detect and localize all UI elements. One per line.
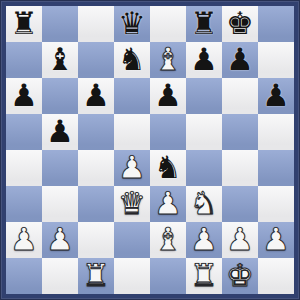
square-d8[interactable]: ♛ [114,6,150,42]
white-pawn-icon: ♟ [46,222,74,257]
square-b6[interactable] [42,78,78,114]
square-c3[interactable] [78,186,114,222]
square-a7[interactable] [6,42,42,78]
square-d6[interactable] [114,78,150,114]
square-a6[interactable]: ♟ [6,78,42,114]
square-c5[interactable] [78,114,114,150]
square-e7[interactable]: ♝ [150,42,186,78]
square-a2[interactable]: ♟ [6,222,42,258]
white-knight-icon: ♞ [190,186,218,221]
square-g5[interactable] [222,114,258,150]
square-c2[interactable] [78,222,114,258]
square-b1[interactable] [42,258,78,294]
board-frame: ♜♛♜♚♝♞♝♟♟♟♟♟♟♟♟♞♛♟♞♟♟♝♟♟♟♜♜♚ [0,0,300,300]
square-b3[interactable] [42,186,78,222]
white-pawn-icon: ♟ [10,222,38,257]
white-king-icon: ♚ [226,258,254,293]
black-pawn-icon: ♟ [154,78,182,113]
square-e8[interactable] [150,6,186,42]
square-b5[interactable]: ♟ [42,114,78,150]
square-a5[interactable] [6,114,42,150]
square-f8[interactable]: ♜ [186,6,222,42]
square-e6[interactable]: ♟ [150,78,186,114]
square-g6[interactable] [222,78,258,114]
square-g8[interactable]: ♚ [222,6,258,42]
square-g2[interactable]: ♟ [222,222,258,258]
square-d3[interactable]: ♛ [114,186,150,222]
square-f3[interactable]: ♞ [186,186,222,222]
square-e2[interactable]: ♝ [150,222,186,258]
black-pawn-icon: ♟ [226,42,254,77]
white-pawn-icon: ♟ [190,222,218,257]
square-b2[interactable]: ♟ [42,222,78,258]
square-f4[interactable] [186,150,222,186]
square-g3[interactable] [222,186,258,222]
chess-board: ♜♛♜♚♝♞♝♟♟♟♟♟♟♟♟♞♛♟♞♟♟♝♟♟♟♜♜♚ [6,6,294,294]
black-knight-icon: ♞ [154,150,182,185]
black-bishop-icon: ♝ [46,42,74,77]
black-rook-icon: ♜ [10,6,38,41]
square-f1[interactable]: ♜ [186,258,222,294]
white-pawn-icon: ♟ [226,222,254,257]
square-c6[interactable]: ♟ [78,78,114,114]
square-g1[interactable]: ♚ [222,258,258,294]
square-a3[interactable] [6,186,42,222]
square-d4[interactable]: ♟ [114,150,150,186]
square-h1[interactable] [258,258,294,294]
square-g7[interactable]: ♟ [222,42,258,78]
white-queen-icon: ♛ [118,186,146,221]
black-knight-icon: ♞ [118,42,146,77]
square-f5[interactable] [186,114,222,150]
white-pawn-icon: ♟ [154,186,182,221]
black-rook-icon: ♜ [190,6,218,41]
square-h7[interactable] [258,42,294,78]
square-c7[interactable] [78,42,114,78]
square-e1[interactable] [150,258,186,294]
black-pawn-icon: ♟ [190,42,218,77]
square-c8[interactable] [78,6,114,42]
black-king-icon: ♚ [226,6,254,41]
black-pawn-icon: ♟ [10,78,38,113]
black-queen-icon: ♛ [118,6,146,41]
square-d2[interactable] [114,222,150,258]
square-f2[interactable]: ♟ [186,222,222,258]
white-bishop-icon: ♝ [154,42,182,77]
square-c4[interactable] [78,150,114,186]
black-pawn-icon: ♟ [82,78,110,113]
square-a8[interactable]: ♜ [6,6,42,42]
square-h6[interactable]: ♟ [258,78,294,114]
square-h5[interactable] [258,114,294,150]
square-h3[interactable] [258,186,294,222]
square-b4[interactable] [42,150,78,186]
square-g4[interactable] [222,150,258,186]
square-h2[interactable]: ♟ [258,222,294,258]
white-rook-icon: ♜ [190,258,218,293]
square-c1[interactable]: ♜ [78,258,114,294]
square-e5[interactable] [150,114,186,150]
square-f6[interactable] [186,78,222,114]
square-a4[interactable] [6,150,42,186]
square-b8[interactable] [42,6,78,42]
square-d1[interactable] [114,258,150,294]
white-bishop-icon: ♝ [154,222,182,257]
white-pawn-icon: ♟ [262,222,290,257]
black-pawn-icon: ♟ [46,114,74,149]
square-h8[interactable] [258,6,294,42]
white-rook-icon: ♜ [82,258,110,293]
square-d7[interactable]: ♞ [114,42,150,78]
white-pawn-icon: ♟ [118,150,146,185]
black-pawn-icon: ♟ [262,78,290,113]
square-b7[interactable]: ♝ [42,42,78,78]
square-a1[interactable] [6,258,42,294]
square-e4[interactable]: ♞ [150,150,186,186]
square-e3[interactable]: ♟ [150,186,186,222]
square-h4[interactable] [258,150,294,186]
square-f7[interactable]: ♟ [186,42,222,78]
square-d5[interactable] [114,114,150,150]
